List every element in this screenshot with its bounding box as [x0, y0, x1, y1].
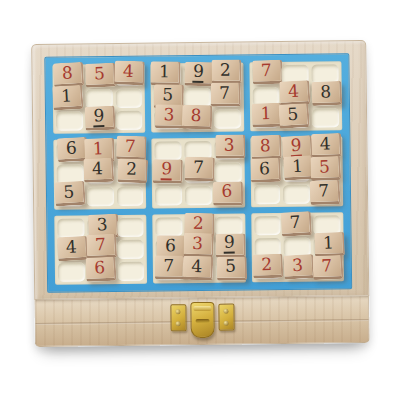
brass-clasp-icon[interactable] [169, 302, 235, 341]
cell-r9c8[interactable]: 3 [284, 260, 311, 279]
tile-4-red[interactable]: 4 [280, 80, 311, 106]
cell-r5c8[interactable]: 1 [283, 162, 310, 181]
cell-r1c4[interactable]: 1 [154, 66, 181, 85]
tile-9-black[interactable]: 9 [84, 106, 115, 131]
tile-digit: 3 [164, 106, 175, 124]
cell-r4c6[interactable]: 3 [214, 141, 241, 160]
tile-9-black[interactable]: 9 [184, 62, 214, 87]
tile-digit: 7 [219, 84, 230, 102]
tile-digit: 6 [65, 139, 77, 158]
tile-digit: 1 [92, 140, 104, 158]
tile-7-black[interactable]: 7 [281, 211, 312, 237]
cell-r1c3[interactable]: 4 [115, 67, 142, 86]
tile-4-red[interactable]: 4 [114, 60, 145, 85]
screw-icon [175, 309, 180, 314]
block-1-1: 85419 [52, 64, 145, 134]
tile-digit: 9 [93, 107, 105, 127]
tile-digit: 6 [259, 160, 270, 178]
tile-digit: 4 [92, 160, 104, 178]
cell-r3c4[interactable]: 3 [154, 110, 181, 129]
cell-r3c3[interactable] [116, 111, 143, 130]
tile-9-red[interactable]: 9 [153, 160, 183, 185]
clasp-latch[interactable] [190, 302, 214, 338]
tile-digit: 5 [63, 182, 75, 201]
tile-7-black[interactable]: 7 [155, 255, 185, 280]
cell-r5c7[interactable]: 6 [253, 162, 280, 181]
tile-digit: 3 [96, 215, 108, 233]
tile-7-red[interactable]: 7 [86, 233, 117, 258]
cell-r3c5[interactable]: 8 [184, 110, 211, 129]
screw-icon [224, 321, 229, 326]
tile-8-red[interactable]: 8 [53, 62, 84, 88]
tile-digit: 8 [61, 64, 73, 83]
cell-r7c1[interactable] [57, 218, 84, 237]
cell-r9c5[interactable]: 4 [186, 261, 213, 280]
tile-digit: 9 [291, 136, 303, 157]
tile-digit: 4 [66, 238, 78, 257]
tile-digit: 4 [122, 62, 133, 80]
tile-3-red[interactable]: 3 [284, 254, 315, 280]
tile-digit: 2 [126, 161, 137, 179]
tile-4-black[interactable]: 4 [83, 158, 114, 183]
sudoku-board: 8541919257387481561742539768946157347626… [52, 61, 344, 285]
tile-digit: 7 [193, 159, 204, 177]
screw-icon [223, 309, 228, 314]
cell-r8c6[interactable]: 9 [215, 238, 242, 257]
tile-digit: 5 [225, 258, 236, 276]
cell-r9c7[interactable]: 2 [254, 260, 281, 279]
block-3-2: 2639745 [153, 213, 246, 283]
cell-r1c5[interactable]: 9 [184, 66, 211, 85]
tile-digit: 2 [261, 255, 272, 273]
tile-1-black[interactable]: 1 [151, 61, 181, 86]
tile-digit: 2 [193, 214, 204, 232]
latch-bar [193, 306, 211, 311]
tile-digit: 9 [161, 160, 172, 180]
tile-5-black[interactable]: 5 [54, 180, 85, 206]
tile-3-red[interactable]: 3 [155, 104, 185, 129]
tile-1-black[interactable]: 1 [314, 232, 345, 257]
cell-r7c4[interactable] [156, 217, 183, 236]
cell-r1c2[interactable]: 5 [85, 67, 112, 86]
tile-7-red[interactable]: 7 [252, 60, 282, 85]
tile-digit: 6 [221, 183, 232, 201]
box-front-side [34, 296, 370, 347]
tile-digit: 4 [320, 135, 332, 153]
tile-digit: 7 [94, 235, 106, 253]
cell-r3c9[interactable] [312, 109, 339, 128]
cell-r9c9[interactable]: 7 [314, 259, 341, 278]
tile-digit: 1 [260, 105, 271, 123]
board-tray: 8541919257387481561742539768946157347626… [44, 53, 352, 293]
tile-digit: 7 [321, 257, 333, 275]
tile-5-black[interactable]: 5 [217, 256, 247, 280]
tile-digit: 4 [288, 82, 300, 101]
cell-r6c4[interactable] [155, 186, 182, 205]
cell-r3c7[interactable]: 1 [253, 109, 280, 128]
tile-7-red[interactable]: 7 [313, 255, 344, 280]
cell-r6c2[interactable] [87, 187, 114, 206]
cell-r2c3[interactable] [115, 89, 142, 108]
cell-r9c2[interactable]: 6 [88, 262, 115, 281]
block-1-3: 74815 [249, 61, 342, 131]
tile-digit: 7 [290, 213, 302, 232]
cell-r9c1[interactable] [58, 262, 85, 281]
sudoku-box: 8541919257387481561742539768946157347626… [31, 40, 370, 347]
tile-digit: 3 [292, 256, 304, 275]
block-3-1: 3476 [54, 214, 147, 284]
tile-7-red[interactable]: 7 [116, 136, 147, 161]
tile-digit: 6 [165, 237, 176, 255]
tile-4-black[interactable]: 4 [57, 236, 88, 262]
tile-5-red[interactable]: 5 [310, 156, 341, 181]
tile-8-red[interactable]: 8 [182, 105, 212, 130]
cell-r7c7[interactable] [254, 216, 281, 235]
cell-r4c1[interactable]: 6 [56, 143, 83, 162]
cell-r6c1[interactable]: 5 [57, 187, 84, 206]
latch-slot [195, 319, 209, 323]
tile-1-red[interactable]: 1 [251, 103, 281, 128]
cell-r6c8[interactable] [283, 184, 310, 203]
tile-digit: 3 [192, 234, 203, 252]
photo-background: 8541919257387481561742539768946157347626… [0, 0, 400, 400]
cell-r6c7[interactable] [254, 185, 281, 204]
cell-r9c4[interactable]: 7 [156, 261, 183, 280]
tile-7-black[interactable]: 7 [310, 179, 341, 204]
tile-digit: 7 [124, 138, 135, 156]
cell-r3c2[interactable]: 9 [86, 111, 113, 130]
tile-digit: 3 [224, 136, 235, 154]
cell-r6c3[interactable] [116, 186, 143, 205]
tile-8-black[interactable]: 8 [312, 81, 343, 106]
tile-3-red[interactable]: 3 [215, 135, 245, 159]
tile-4-black[interactable]: 4 [183, 256, 213, 281]
cell-r7c3[interactable] [117, 217, 144, 236]
tile-6-black[interactable]: 6 [250, 158, 280, 183]
tile-digit: 2 [220, 61, 231, 79]
tile-digit: 5 [319, 158, 331, 176]
block-2-1: 617425 [53, 139, 146, 209]
tile-digit: 9 [193, 62, 204, 82]
tile-7-black[interactable]: 7 [185, 157, 215, 182]
tile-digit: 8 [259, 137, 270, 155]
cell-r3c1[interactable] [56, 112, 83, 131]
clasp-right-plate [218, 304, 234, 331]
cell-r8c9[interactable]: 1 [314, 237, 341, 256]
tile-2-black[interactable]: 2 [211, 59, 241, 83]
tile-digit: 7 [318, 181, 330, 199]
cell-r3c8[interactable]: 5 [282, 109, 309, 128]
cell-r5c6[interactable] [215, 163, 242, 182]
tile-digit: 1 [159, 63, 170, 81]
cell-r8c3[interactable] [117, 239, 144, 258]
screw-icon [176, 321, 181, 326]
cell-r6c5[interactable] [185, 185, 212, 204]
tile-5-black[interactable]: 5 [279, 103, 310, 129]
tile-digit: 7 [260, 62, 271, 80]
tile-9-black[interactable]: 9 [215, 233, 245, 257]
tile-5-red[interactable]: 5 [85, 63, 116, 88]
tile-digit: 1 [61, 87, 73, 106]
tile-digit: 4 [191, 257, 202, 275]
cell-r7c8[interactable]: 7 [284, 215, 311, 234]
block-2-3: 8946157 [250, 137, 343, 207]
block-3-3: 71237 [251, 212, 344, 282]
tile-digit: 8 [320, 83, 332, 101]
tile-digit: 1 [323, 234, 335, 252]
tile-6-red[interactable]: 6 [213, 181, 243, 205]
tile-8-red[interactable]: 8 [251, 135, 281, 160]
tile-digit: 9 [224, 234, 235, 254]
tile-digit: 5 [287, 105, 299, 124]
tile-7-black[interactable]: 7 [211, 83, 241, 107]
cell-r3c6[interactable] [214, 110, 241, 129]
tile-digit: 5 [93, 65, 105, 83]
tile-digit: 7 [164, 257, 175, 275]
cell-r1c7[interactable]: 7 [252, 65, 279, 84]
cell-r8c1[interactable]: 4 [58, 240, 85, 259]
cell-r6c9[interactable]: 7 [313, 184, 340, 203]
tile-digit: 5 [163, 86, 174, 104]
tile-3-red[interactable]: 3 [183, 232, 213, 257]
tile-6-red[interactable]: 6 [85, 257, 116, 282]
cell-r9c3[interactable] [117, 262, 144, 281]
cell-r5c2[interactable]: 4 [86, 165, 113, 184]
tile-digit: 8 [190, 107, 201, 125]
cell-r2c1[interactable]: 1 [56, 90, 83, 109]
tile-4-black[interactable]: 4 [311, 133, 342, 158]
tile-digit: 1 [292, 158, 304, 177]
block-2-2: 3976 [152, 138, 245, 208]
cell-r2c9[interactable]: 8 [312, 86, 339, 105]
tile-1-black[interactable]: 1 [52, 85, 83, 111]
tile-2-red[interactable]: 2 [252, 254, 282, 279]
cell-r9c6[interactable]: 5 [216, 260, 243, 279]
tile-2-black[interactable]: 2 [117, 159, 148, 184]
cell-r2c6[interactable]: 7 [214, 88, 241, 107]
tile-digit: 6 [94, 259, 106, 277]
cell-r5c4[interactable]: 9 [155, 164, 182, 183]
block-1-2: 1925738 [151, 62, 244, 132]
cell-r5c3[interactable]: 2 [116, 164, 143, 183]
cell-r5c9[interactable]: 5 [313, 162, 340, 181]
clasp-left-plate [170, 304, 186, 331]
box-lid-top: 8541919257387481561742539768946157347626… [31, 40, 369, 300]
cell-r6c6[interactable]: 6 [215, 185, 242, 204]
cell-r5c5[interactable]: 7 [185, 163, 212, 182]
